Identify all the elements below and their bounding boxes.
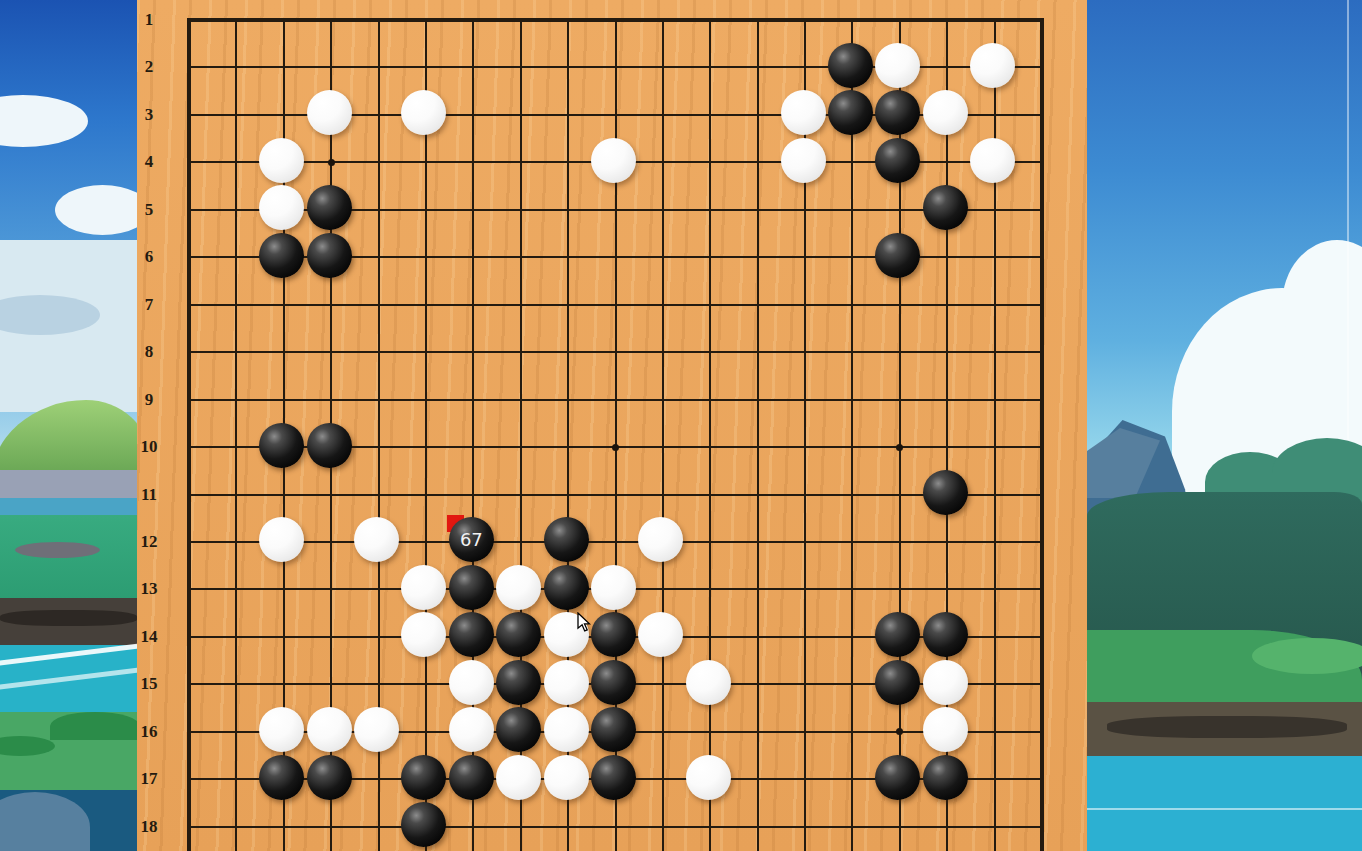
black-stone [401, 802, 446, 847]
go-board[interactable]: 123456789101112131415161718 67 [137, 0, 1087, 851]
white-stone [401, 565, 446, 610]
grid-line-horizontal [187, 304, 1044, 306]
row-label: 10 [138, 437, 160, 457]
grid-line-horizontal [187, 399, 1044, 401]
white-stone [544, 660, 589, 705]
water-right-line [1087, 808, 1362, 810]
white-stone [781, 138, 826, 183]
black-stone [544, 517, 589, 562]
black-stone [591, 707, 636, 752]
black-stone [923, 755, 968, 800]
white-stone [401, 90, 446, 135]
white-stone [923, 707, 968, 752]
white-stone [686, 660, 731, 705]
grid-line-vertical [425, 18, 427, 851]
rock-band-dark [0, 610, 137, 626]
white-stone [638, 612, 683, 657]
grid-line-vertical [662, 18, 664, 851]
white-stone [496, 755, 541, 800]
mouse-cursor [577, 612, 593, 634]
grid-line-horizontal [187, 826, 1044, 828]
cloud-small-1 [0, 95, 88, 147]
white-stone [875, 43, 920, 88]
black-stone [544, 565, 589, 610]
black-stone [875, 138, 920, 183]
black-stone [591, 612, 636, 657]
grid-line-vertical [235, 18, 237, 851]
grid-line-horizontal [187, 541, 1044, 543]
row-label: 17 [138, 769, 160, 789]
row-label: 16 [138, 722, 160, 742]
row-label: 8 [138, 342, 160, 362]
white-stone [544, 707, 589, 752]
white-stone [591, 565, 636, 610]
grid-line-vertical [1040, 18, 1044, 851]
black-stone [591, 755, 636, 800]
black-stone [449, 565, 494, 610]
white-stone [923, 660, 968, 705]
white-stone [354, 707, 399, 752]
black-stone [496, 612, 541, 657]
black-stone [591, 660, 636, 705]
grid-line-horizontal [187, 18, 1044, 22]
row-label: 14 [138, 627, 160, 647]
screenshot-root: 123456789101112131415161718 67 [0, 0, 1362, 851]
meadow [0, 515, 137, 607]
grid-line-vertical [757, 18, 759, 851]
grid-line-vertical [187, 18, 191, 851]
white-stone [781, 90, 826, 135]
black-stone [923, 612, 968, 657]
star-point [612, 444, 619, 451]
white-stone [307, 707, 352, 752]
white-stone [259, 185, 304, 230]
white-stone [259, 517, 304, 562]
black-stone [875, 755, 920, 800]
white-stone [354, 517, 399, 562]
white-stone [544, 755, 589, 800]
row-label: 18 [138, 817, 160, 837]
water-right [1087, 756, 1362, 851]
black-stone [401, 755, 446, 800]
black-stone [496, 660, 541, 705]
black-stone [875, 233, 920, 278]
background-right [1087, 0, 1362, 851]
move-number-label: 67 [449, 517, 494, 562]
white-stone [638, 517, 683, 562]
black-stone [828, 90, 873, 135]
black-stone [449, 755, 494, 800]
black-stone [875, 90, 920, 135]
star-point [896, 728, 903, 735]
black-stone [923, 185, 968, 230]
white-stone [923, 90, 968, 135]
shore-band-dark [1107, 716, 1347, 738]
row-label: 1 [138, 10, 160, 30]
row-label: 5 [138, 200, 160, 220]
black-stone [496, 707, 541, 752]
white-stone [401, 612, 446, 657]
row-label: 12 [138, 532, 160, 552]
grid-line-horizontal [187, 351, 1044, 353]
row-label: 15 [138, 674, 160, 694]
white-stone [970, 138, 1015, 183]
white-stone [259, 138, 304, 183]
row-label: 7 [138, 295, 160, 315]
row-label: 9 [138, 390, 160, 410]
white-stone [686, 755, 731, 800]
black-stone-last-move: 67 [449, 517, 494, 562]
black-stone [307, 185, 352, 230]
white-stone [449, 707, 494, 752]
black-stone [449, 612, 494, 657]
meadow-light-mound [1252, 638, 1362, 674]
white-stone [970, 43, 1015, 88]
row-label: 2 [138, 57, 160, 77]
black-stone [307, 755, 352, 800]
black-stone [259, 755, 304, 800]
meadow-rock [15, 542, 100, 558]
black-stone [923, 470, 968, 515]
black-stone [259, 233, 304, 278]
row-label: 11 [138, 485, 160, 505]
black-stone [828, 43, 873, 88]
grid-line-vertical [709, 18, 711, 851]
white-stone [496, 565, 541, 610]
black-stone [875, 612, 920, 657]
row-label: 4 [138, 152, 160, 172]
star-point [328, 159, 335, 166]
white-stone [449, 660, 494, 705]
white-stone [307, 90, 352, 135]
black-stone [259, 423, 304, 468]
white-stone [259, 707, 304, 752]
row-label: 3 [138, 105, 160, 125]
black-stone [875, 660, 920, 705]
row-label: 13 [138, 579, 160, 599]
row-label: 6 [138, 247, 160, 267]
grid-line-vertical [851, 18, 853, 851]
bank-plants-1 [50, 712, 137, 740]
black-stone [307, 233, 352, 278]
cloud-small-2 [55, 185, 137, 235]
background-left [0, 0, 137, 851]
star-point [896, 444, 903, 451]
white-stone [591, 138, 636, 183]
grid-line-horizontal [187, 494, 1044, 496]
black-stone [307, 423, 352, 468]
